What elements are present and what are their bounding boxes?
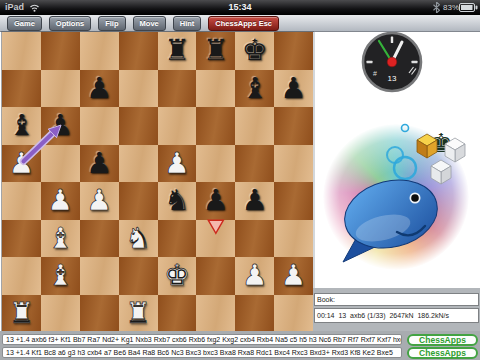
piece-wP-g2[interactable]: ♟ bbox=[242, 261, 268, 290]
square-g1[interactable] bbox=[235, 295, 274, 333]
square-d4[interactable] bbox=[119, 182, 158, 220]
square-c6[interactable] bbox=[80, 107, 119, 145]
square-c7[interactable]: ♟ bbox=[80, 70, 119, 108]
app-screen: iPad 15:34 83% Game Options Flip Move Hi… bbox=[0, 0, 480, 360]
square-f6[interactable] bbox=[196, 107, 235, 145]
square-g7[interactable]: ♝ bbox=[235, 70, 274, 108]
clock-time: 15:34 bbox=[0, 2, 480, 12]
square-g8[interactable]: ♚ bbox=[235, 32, 274, 70]
square-e1[interactable] bbox=[158, 295, 197, 333]
stockfish-logo: ♚ bbox=[317, 98, 475, 278]
square-b8[interactable] bbox=[41, 32, 80, 70]
piece-wK-e2[interactable]: ♚ bbox=[164, 261, 190, 290]
square-g3[interactable] bbox=[235, 220, 274, 258]
clock-tick-3 bbox=[412, 61, 418, 63]
toolbar: Game Options Flip Move Hint ChessApps Es… bbox=[0, 15, 480, 32]
clock-tick-12 bbox=[391, 37, 393, 44]
square-d1[interactable]: ♜ bbox=[119, 295, 158, 333]
clock-depth-label: 13 bbox=[388, 74, 397, 83]
square-a8[interactable] bbox=[2, 32, 41, 70]
analysis-row: 13 +1.4 axb6 f3+ Kf1 Bb7 Ra7 Nd2+ Kg1 Nx… bbox=[2, 334, 478, 345]
square-f3[interactable] bbox=[196, 220, 235, 258]
square-b2[interactable]: ♝ bbox=[41, 257, 80, 295]
square-e7[interactable] bbox=[158, 70, 197, 108]
square-d6[interactable] bbox=[119, 107, 158, 145]
square-h4[interactable] bbox=[274, 182, 313, 220]
battery-icon bbox=[459, 3, 478, 12]
square-g4[interactable]: ♟ bbox=[235, 182, 274, 220]
square-b6[interactable]: ♟ bbox=[41, 107, 80, 145]
piece-wP-h2[interactable]: ♟ bbox=[281, 261, 307, 290]
square-h1[interactable] bbox=[274, 295, 313, 333]
piece-bP-h7[interactable]: ♟ bbox=[281, 74, 307, 103]
side-panel: # 13 ♚ bbox=[313, 32, 480, 288]
bluetooth-icon bbox=[433, 2, 440, 13]
piece-bK-g8[interactable]: ♚ bbox=[242, 36, 268, 65]
square-b7[interactable] bbox=[41, 70, 80, 108]
square-e2[interactable]: ♚ bbox=[158, 257, 197, 295]
square-a1[interactable]: ♜ bbox=[2, 295, 41, 333]
chessapps-esc-button[interactable]: ChessApps Esc bbox=[208, 16, 279, 31]
analysis-clock: # 13 bbox=[360, 32, 424, 94]
options-button[interactable]: Options bbox=[49, 16, 91, 31]
white-cube-bottom bbox=[431, 160, 451, 184]
square-b5[interactable] bbox=[41, 145, 80, 183]
analysis-line-2[interactable]: 13 +1.4 Kf1 Bc8 a6 g3 h3 cxb4 a7 Be6 Ba4… bbox=[2, 347, 402, 358]
piece-bN-e4[interactable]: ♞ bbox=[164, 186, 190, 215]
square-f1[interactable] bbox=[196, 295, 235, 333]
battery-percent: 83% bbox=[443, 3, 459, 12]
piece-wP-a5[interactable]: ♟ bbox=[8, 149, 34, 178]
analysis-line-1[interactable]: 13 +1.4 axb6 f3+ Kf1 Bb7 Ra7 Nd2+ Kg1 Nx… bbox=[2, 334, 402, 345]
game-button[interactable]: Game bbox=[7, 16, 42, 31]
piece-bR-f8[interactable]: ♜ bbox=[203, 36, 229, 65]
analysis-row: 13 +1.4 Kf1 Bc8 a6 g3 h3 cxb4 a7 Be6 Ba4… bbox=[2, 347, 478, 358]
piece-wP-c4[interactable]: ♟ bbox=[86, 186, 112, 215]
flip-button[interactable]: Flip bbox=[98, 16, 125, 31]
square-f2[interactable] bbox=[196, 257, 235, 295]
square-f7[interactable] bbox=[196, 70, 235, 108]
piece-wR-a1[interactable]: ♜ bbox=[8, 299, 34, 328]
piece-bP-g4[interactable]: ♟ bbox=[242, 186, 268, 215]
square-h3[interactable] bbox=[274, 220, 313, 258]
piece-wR-d1[interactable]: ♜ bbox=[125, 299, 151, 328]
square-a5[interactable]: ♟ bbox=[2, 145, 41, 183]
piece-bP-c7[interactable]: ♟ bbox=[86, 74, 112, 103]
piece-bB-a6[interactable]: ♝ bbox=[8, 111, 34, 140]
fish-icon bbox=[337, 171, 444, 262]
square-e5[interactable]: ♟ bbox=[158, 145, 197, 183]
square-c3[interactable] bbox=[80, 220, 119, 258]
hint-button[interactable]: Hint bbox=[173, 16, 202, 31]
square-g5[interactable] bbox=[235, 145, 274, 183]
chessapps-badge-1[interactable]: ChessApps bbox=[407, 334, 478, 346]
piece-wP-b4[interactable]: ♟ bbox=[47, 186, 73, 215]
analysis-strip: 13 +1.4 axb6 f3+ Kf1 Bb7 Ra7 Nd2+ Kg1 Nx… bbox=[0, 331, 480, 360]
square-a7[interactable] bbox=[2, 70, 41, 108]
square-d7[interactable] bbox=[119, 70, 158, 108]
square-b1[interactable] bbox=[41, 295, 80, 333]
piece-bP-f4[interactable]: ♟ bbox=[203, 186, 229, 215]
cubes-icon: ♚ bbox=[417, 128, 465, 184]
engine-status-box[interactable]: 00:14 13 axb6 (1/33) 2647kN 186.2kN/s bbox=[314, 308, 479, 323]
square-a4[interactable] bbox=[2, 182, 41, 220]
piece-bR-e8[interactable]: ♜ bbox=[164, 36, 190, 65]
square-h2[interactable]: ♟ bbox=[274, 257, 313, 295]
square-d2[interactable] bbox=[119, 257, 158, 295]
square-e4[interactable]: ♞ bbox=[158, 182, 197, 220]
move-button[interactable]: Move bbox=[133, 16, 166, 31]
piece-bB-g7[interactable]: ♝ bbox=[242, 74, 268, 103]
piece-bP-b6[interactable]: ♟ bbox=[47, 111, 73, 140]
piece-wB-b3[interactable]: ♝ bbox=[47, 224, 73, 253]
square-e6[interactable] bbox=[158, 107, 197, 145]
status-bar: iPad 15:34 83% bbox=[0, 0, 480, 15]
square-f8[interactable]: ♜ bbox=[196, 32, 235, 70]
square-a3[interactable] bbox=[2, 220, 41, 258]
piece-wB-b2[interactable]: ♝ bbox=[47, 261, 73, 290]
piece-wP-e5[interactable]: ♟ bbox=[164, 149, 190, 178]
square-f4[interactable]: ♟ bbox=[196, 182, 235, 220]
piece-bP-c5[interactable]: ♟ bbox=[86, 149, 112, 178]
square-h7[interactable]: ♟ bbox=[274, 70, 313, 108]
clock-tick-9 bbox=[367, 61, 373, 63]
clock-mark-left: # bbox=[373, 70, 377, 77]
square-g6[interactable] bbox=[235, 107, 274, 145]
engine-info-area: Book: 00:14 13 axb6 (1/33) 2647kN 186.2k… bbox=[313, 288, 480, 331]
square-c5[interactable]: ♟ bbox=[80, 145, 119, 183]
square-a6[interactable]: ♝ bbox=[2, 107, 41, 145]
square-c1[interactable] bbox=[80, 295, 119, 333]
square-b3[interactable]: ♝ bbox=[41, 220, 80, 258]
square-e8[interactable]: ♜ bbox=[158, 32, 197, 70]
square-c4[interactable]: ♟ bbox=[80, 182, 119, 220]
square-h8[interactable] bbox=[274, 32, 313, 70]
chess-board[interactable]: ♜♜♚♟♝♟♝♟♟♟♟♟♟♞♟♟♝♞♝♚♟♟♜♜ bbox=[2, 32, 313, 332]
square-d5[interactable] bbox=[119, 145, 158, 183]
bubbles-icon bbox=[387, 125, 416, 180]
square-e3[interactable] bbox=[158, 220, 197, 258]
clock-hub bbox=[387, 57, 397, 67]
square-c2[interactable] bbox=[80, 257, 119, 295]
book-box[interactable]: Book: bbox=[314, 293, 479, 306]
square-f5[interactable] bbox=[196, 145, 235, 183]
square-h5[interactable] bbox=[274, 145, 313, 183]
square-d3[interactable]: ♞ bbox=[119, 220, 158, 258]
square-c8[interactable] bbox=[80, 32, 119, 70]
square-g2[interactable]: ♟ bbox=[235, 257, 274, 295]
piece-wN-d3[interactable]: ♞ bbox=[125, 224, 151, 253]
square-d8[interactable] bbox=[119, 32, 158, 70]
square-h6[interactable] bbox=[274, 107, 313, 145]
chessapps-badge-2[interactable]: ChessApps bbox=[407, 347, 478, 359]
square-b4[interactable]: ♟ bbox=[41, 182, 80, 220]
square-a2[interactable] bbox=[2, 257, 41, 295]
